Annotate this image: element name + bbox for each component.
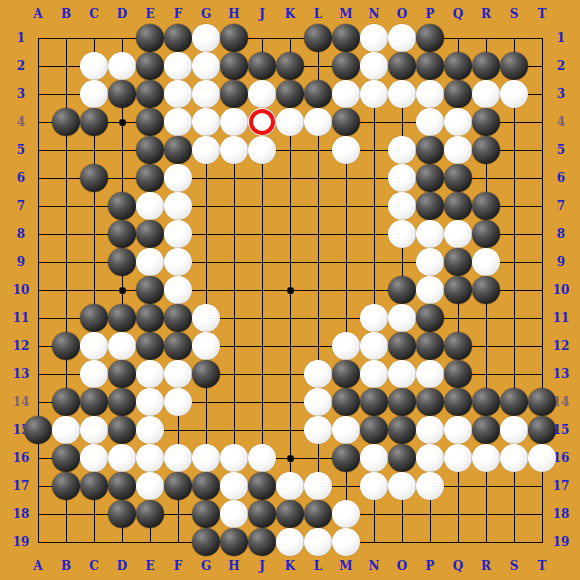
- black-stone: [388, 444, 416, 472]
- black-stone: [444, 192, 472, 220]
- black-stone: [80, 472, 108, 500]
- row-label-left: 9: [8, 255, 34, 269]
- white-stone: [472, 80, 500, 108]
- black-stone: [472, 388, 500, 416]
- white-stone: [332, 528, 360, 556]
- black-stone: [108, 472, 136, 500]
- column-label-top: R: [473, 7, 499, 21]
- black-stone: [360, 416, 388, 444]
- column-label-bottom: Q: [445, 559, 471, 573]
- white-stone: [248, 444, 276, 472]
- black-stone: [444, 276, 472, 304]
- column-label-bottom: H: [221, 559, 247, 573]
- white-stone: [388, 304, 416, 332]
- black-stone: [388, 388, 416, 416]
- black-stone: [136, 80, 164, 108]
- white-stone: [192, 80, 220, 108]
- white-stone: [248, 108, 276, 136]
- black-stone: [416, 164, 444, 192]
- white-stone: [80, 80, 108, 108]
- star-point: [287, 287, 294, 294]
- column-label-top: H: [221, 7, 247, 21]
- black-stone: [444, 388, 472, 416]
- black-stone: [416, 192, 444, 220]
- row-label-left: 12: [8, 339, 34, 353]
- white-stone: [416, 80, 444, 108]
- white-stone: [388, 24, 416, 52]
- black-stone: [136, 108, 164, 136]
- white-stone: [52, 416, 80, 444]
- column-label-bottom: B: [53, 559, 79, 573]
- white-stone: [248, 136, 276, 164]
- white-stone: [276, 472, 304, 500]
- black-stone: [52, 108, 80, 136]
- black-stone: [108, 80, 136, 108]
- black-stone: [472, 52, 500, 80]
- white-stone: [500, 416, 528, 444]
- black-stone: [136, 136, 164, 164]
- white-stone: [332, 332, 360, 360]
- white-stone: [192, 108, 220, 136]
- row-label-right: 18: [548, 507, 574, 521]
- white-stone: [136, 416, 164, 444]
- white-stone: [304, 388, 332, 416]
- black-stone: [332, 108, 360, 136]
- white-stone: [304, 472, 332, 500]
- row-label-right: 19: [548, 535, 574, 549]
- white-stone: [136, 388, 164, 416]
- black-stone: [80, 304, 108, 332]
- row-label-right: 12: [548, 339, 574, 353]
- black-stone: [416, 332, 444, 360]
- row-label-left: 4: [8, 115, 34, 129]
- row-label-left: 16: [8, 451, 34, 465]
- column-label-bottom: C: [81, 559, 107, 573]
- black-stone: [444, 248, 472, 276]
- column-label-top: P: [417, 7, 443, 21]
- black-stone: [388, 332, 416, 360]
- row-label-left: 18: [8, 507, 34, 521]
- black-stone: [80, 108, 108, 136]
- white-stone: [388, 220, 416, 248]
- column-label-top: T: [529, 7, 555, 21]
- row-label-right: 9: [548, 255, 574, 269]
- black-stone: [80, 388, 108, 416]
- row-label-left: 13: [8, 367, 34, 381]
- column-label-bottom: R: [473, 559, 499, 573]
- white-stone: [304, 528, 332, 556]
- row-label-left: 6: [8, 171, 34, 185]
- white-stone: [360, 360, 388, 388]
- white-stone: [360, 472, 388, 500]
- black-stone: [52, 332, 80, 360]
- star-point: [119, 287, 126, 294]
- black-stone: [416, 304, 444, 332]
- black-stone: [108, 304, 136, 332]
- white-stone: [136, 472, 164, 500]
- column-label-top: M: [333, 7, 359, 21]
- black-stone: [444, 332, 472, 360]
- white-stone: [304, 108, 332, 136]
- white-stone: [388, 136, 416, 164]
- black-stone: [332, 360, 360, 388]
- black-stone: [136, 164, 164, 192]
- white-stone: [444, 416, 472, 444]
- row-label-right: 10: [548, 283, 574, 297]
- row-label-left: 7: [8, 199, 34, 213]
- white-stone: [164, 192, 192, 220]
- white-stone: [500, 444, 528, 472]
- white-stone: [304, 416, 332, 444]
- column-label-top: N: [361, 7, 387, 21]
- black-stone: [52, 472, 80, 500]
- column-label-bottom: L: [305, 559, 331, 573]
- white-stone: [472, 444, 500, 472]
- white-stone: [416, 220, 444, 248]
- black-stone: [444, 164, 472, 192]
- black-stone: [108, 500, 136, 528]
- black-stone: [472, 276, 500, 304]
- black-stone: [164, 472, 192, 500]
- black-stone: [164, 304, 192, 332]
- black-stone: [192, 528, 220, 556]
- column-label-bottom: M: [333, 559, 359, 573]
- white-stone: [220, 500, 248, 528]
- black-stone: [500, 388, 528, 416]
- black-stone: [472, 136, 500, 164]
- black-stone: [304, 500, 332, 528]
- white-stone: [500, 80, 528, 108]
- black-stone: [332, 24, 360, 52]
- black-stone: [136, 220, 164, 248]
- black-stone: [108, 220, 136, 248]
- white-stone: [332, 500, 360, 528]
- black-stone: [136, 24, 164, 52]
- white-stone: [276, 528, 304, 556]
- white-stone: [388, 192, 416, 220]
- white-stone: [416, 472, 444, 500]
- white-stone: [304, 360, 332, 388]
- star-point: [287, 455, 294, 462]
- white-stone: [136, 192, 164, 220]
- black-stone: [192, 360, 220, 388]
- white-stone: [416, 444, 444, 472]
- black-stone: [164, 24, 192, 52]
- white-stone: [164, 388, 192, 416]
- row-label-right: 8: [548, 227, 574, 241]
- column-label-top: C: [81, 7, 107, 21]
- column-label-bottom: A: [25, 559, 51, 573]
- white-stone: [80, 52, 108, 80]
- white-stone: [444, 220, 472, 248]
- black-stone: [444, 360, 472, 388]
- white-stone: [444, 108, 472, 136]
- black-stone: [304, 80, 332, 108]
- column-label-top: B: [53, 7, 79, 21]
- black-stone: [108, 248, 136, 276]
- white-stone: [220, 444, 248, 472]
- white-stone: [416, 360, 444, 388]
- white-stone: [360, 80, 388, 108]
- black-stone: [500, 52, 528, 80]
- white-stone: [108, 444, 136, 472]
- white-stone: [164, 108, 192, 136]
- white-stone: [388, 472, 416, 500]
- white-stone: [80, 332, 108, 360]
- white-stone: [332, 136, 360, 164]
- black-stone: [248, 52, 276, 80]
- white-stone: [80, 416, 108, 444]
- black-stone: [192, 472, 220, 500]
- row-label-left: 17: [8, 479, 34, 493]
- black-stone: [416, 388, 444, 416]
- column-label-bottom: D: [109, 559, 135, 573]
- black-stone: [444, 52, 472, 80]
- white-stone: [416, 248, 444, 276]
- black-stone: [80, 164, 108, 192]
- column-label-top: G: [193, 7, 219, 21]
- column-label-top: D: [109, 7, 135, 21]
- black-stone: [388, 276, 416, 304]
- column-label-bottom: E: [137, 559, 163, 573]
- black-stone: [136, 500, 164, 528]
- column-label-bottom: G: [193, 559, 219, 573]
- column-label-bottom: K: [277, 559, 303, 573]
- white-stone: [360, 332, 388, 360]
- white-stone: [192, 444, 220, 472]
- row-label-left: 2: [8, 59, 34, 73]
- black-stone: [164, 332, 192, 360]
- black-stone: [472, 192, 500, 220]
- black-stone: [108, 416, 136, 444]
- row-label-right: 11: [548, 311, 574, 325]
- column-label-top: F: [165, 7, 191, 21]
- column-label-top: A: [25, 7, 51, 21]
- black-stone: [136, 332, 164, 360]
- row-label-right: 6: [548, 171, 574, 185]
- white-stone: [360, 304, 388, 332]
- black-stone: [220, 24, 248, 52]
- black-stone: [472, 416, 500, 444]
- black-stone: [136, 52, 164, 80]
- black-stone: [360, 388, 388, 416]
- white-stone: [192, 136, 220, 164]
- white-stone: [164, 164, 192, 192]
- column-label-bottom: O: [389, 559, 415, 573]
- row-label-left: 1: [8, 31, 34, 45]
- row-label-right: 13: [548, 367, 574, 381]
- white-stone: [416, 416, 444, 444]
- black-stone: [332, 444, 360, 472]
- black-stone: [108, 360, 136, 388]
- white-stone: [164, 360, 192, 388]
- row-label-right: 5: [548, 143, 574, 157]
- column-label-top: E: [137, 7, 163, 21]
- white-stone: [108, 332, 136, 360]
- black-stone: [248, 528, 276, 556]
- black-stone: [444, 80, 472, 108]
- white-stone: [80, 444, 108, 472]
- row-label-left: 19: [8, 535, 34, 549]
- white-stone: [416, 276, 444, 304]
- star-point: [119, 119, 126, 126]
- white-stone: [80, 360, 108, 388]
- row-label-right: 4: [548, 115, 574, 129]
- black-stone: [220, 80, 248, 108]
- column-label-bottom: P: [417, 559, 443, 573]
- white-stone: [164, 52, 192, 80]
- white-stone: [164, 248, 192, 276]
- white-stone: [388, 164, 416, 192]
- black-stone: [276, 80, 304, 108]
- white-stone: [164, 220, 192, 248]
- black-stone: [528, 388, 556, 416]
- column-label-top: O: [389, 7, 415, 21]
- black-stone: [388, 52, 416, 80]
- white-stone: [108, 52, 136, 80]
- black-stone: [276, 52, 304, 80]
- white-stone: [164, 276, 192, 304]
- white-stone: [388, 80, 416, 108]
- black-stone: [136, 276, 164, 304]
- black-stone: [304, 24, 332, 52]
- white-stone: [220, 136, 248, 164]
- black-stone: [108, 192, 136, 220]
- black-stone: [24, 416, 52, 444]
- white-stone: [472, 248, 500, 276]
- black-stone: [416, 52, 444, 80]
- white-stone: [360, 52, 388, 80]
- black-stone: [220, 52, 248, 80]
- column-label-top: S: [501, 7, 527, 21]
- black-stone: [276, 500, 304, 528]
- white-stone: [332, 80, 360, 108]
- column-label-bottom: S: [501, 559, 527, 573]
- white-stone: [528, 444, 556, 472]
- last-move-marker: [249, 109, 275, 135]
- white-stone: [192, 24, 220, 52]
- column-label-top: Q: [445, 7, 471, 21]
- white-stone: [444, 444, 472, 472]
- row-label-right: 17: [548, 479, 574, 493]
- white-stone: [248, 80, 276, 108]
- white-stone: [136, 360, 164, 388]
- white-stone: [360, 444, 388, 472]
- white-stone: [192, 52, 220, 80]
- white-stone: [332, 416, 360, 444]
- row-label-left: 3: [8, 87, 34, 101]
- row-label-right: 2: [548, 59, 574, 73]
- white-stone: [416, 108, 444, 136]
- white-stone: [444, 136, 472, 164]
- black-stone: [332, 52, 360, 80]
- white-stone: [192, 304, 220, 332]
- column-label-top: J: [249, 7, 275, 21]
- column-label-top: L: [305, 7, 331, 21]
- black-stone: [192, 500, 220, 528]
- black-stone: [388, 416, 416, 444]
- black-stone: [528, 416, 556, 444]
- white-stone: [220, 108, 248, 136]
- white-stone: [164, 444, 192, 472]
- white-stone: [276, 108, 304, 136]
- black-stone: [248, 500, 276, 528]
- black-stone: [416, 24, 444, 52]
- row-label-right: 3: [548, 87, 574, 101]
- black-stone: [472, 220, 500, 248]
- white-stone: [220, 472, 248, 500]
- row-label-left: 10: [8, 283, 34, 297]
- black-stone: [52, 388, 80, 416]
- go-board[interactable]: AABBCCDDEEFFGGHHJJKKLLMMNNOOPPQQRRSSTT11…: [0, 0, 580, 580]
- white-stone: [360, 24, 388, 52]
- column-label-top: K: [277, 7, 303, 21]
- black-stone: [332, 388, 360, 416]
- white-stone: [192, 332, 220, 360]
- column-label-bottom: T: [529, 559, 555, 573]
- column-label-bottom: J: [249, 559, 275, 573]
- row-label-left: 14: [8, 395, 34, 409]
- black-stone: [52, 444, 80, 472]
- black-stone: [220, 528, 248, 556]
- row-label-left: 11: [8, 311, 34, 325]
- white-stone: [136, 248, 164, 276]
- black-stone: [136, 304, 164, 332]
- column-label-bottom: F: [165, 559, 191, 573]
- white-stone: [136, 444, 164, 472]
- white-stone: [388, 360, 416, 388]
- black-stone: [472, 108, 500, 136]
- black-stone: [248, 472, 276, 500]
- black-stone: [416, 136, 444, 164]
- row-label-right: 1: [548, 31, 574, 45]
- black-stone: [108, 388, 136, 416]
- white-stone: [164, 80, 192, 108]
- black-stone: [164, 136, 192, 164]
- row-label-left: 8: [8, 227, 34, 241]
- row-label-right: 7: [548, 199, 574, 213]
- row-label-left: 5: [8, 143, 34, 157]
- column-label-bottom: N: [361, 559, 387, 573]
